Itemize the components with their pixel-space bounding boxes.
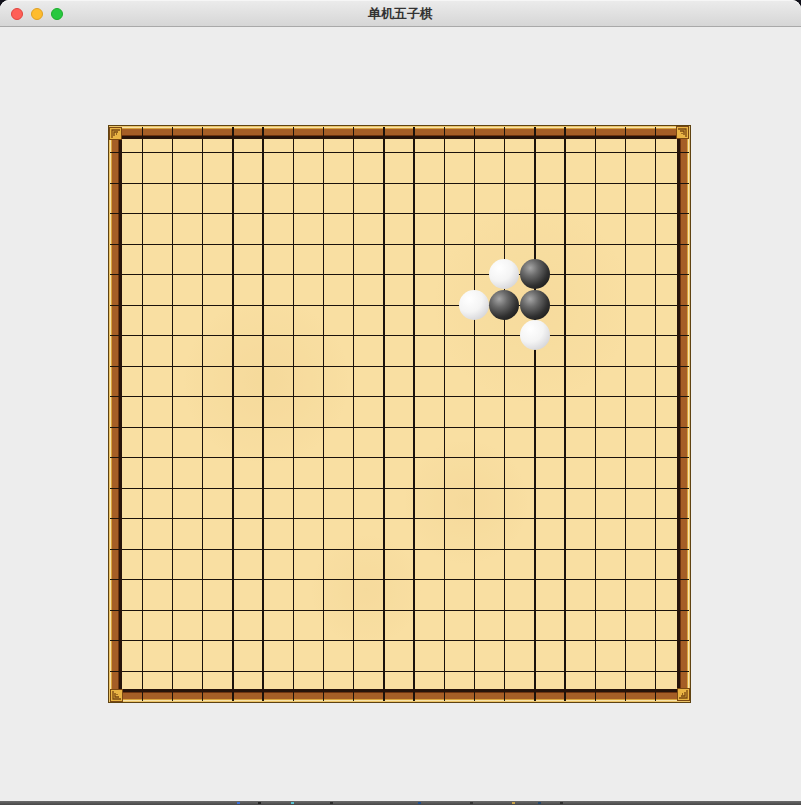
white-stone <box>489 259 519 289</box>
gomoku-board[interactable] <box>108 125 691 703</box>
stones-layer <box>108 125 691 703</box>
white-stone <box>459 290 489 320</box>
white-stone <box>520 320 550 350</box>
background-bottom-edge <box>0 801 801 805</box>
app-window: 单机五子棋 <box>0 0 801 801</box>
black-stone <box>520 259 550 289</box>
black-stone <box>489 290 519 320</box>
window-content <box>0 28 801 801</box>
black-stone <box>520 290 550 320</box>
title-bar[interactable]: 单机五子棋 <box>0 0 801 27</box>
window-title: 单机五子棋 <box>0 0 801 27</box>
